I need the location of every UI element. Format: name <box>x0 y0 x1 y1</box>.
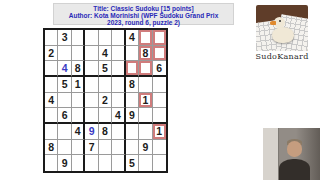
cell-r8c6 <box>112 140 125 156</box>
cell-r6c5 <box>99 108 112 124</box>
channel-logo-text: SudoKanard <box>249 52 315 61</box>
cell-r6c4 <box>85 108 98 124</box>
cell-r9c3 <box>72 155 85 171</box>
cell-r8c2 <box>58 140 71 156</box>
cell-r7c9: 1 <box>153 124 166 140</box>
cell-r2c4 <box>85 46 98 62</box>
cell-r3c1 <box>45 61 58 77</box>
cell-r6c2: 6 <box>58 108 71 124</box>
cell-r1c1 <box>45 30 58 46</box>
cell-r3c2: 4 <box>58 61 71 77</box>
cell-r4c3: 1 <box>72 77 85 93</box>
cell-r5c1: 4 <box>45 93 58 109</box>
cell-r5c4 <box>85 93 98 109</box>
cell-r4c4 <box>85 77 98 93</box>
cell-r6c9 <box>153 108 166 124</box>
cell-r9c4 <box>85 155 98 171</box>
cell-r1c4 <box>85 30 98 46</box>
duck-beak-graphic <box>270 21 276 25</box>
cell-r3c4 <box>85 61 98 77</box>
cell-r3c3: 8 <box>72 61 85 77</box>
cell-r8c9 <box>153 140 166 156</box>
cell-r6c3 <box>72 108 85 124</box>
cell-r3c7 <box>126 61 139 77</box>
presenter-face-graphic <box>287 141 302 157</box>
cell-r8c1: 8 <box>45 140 58 156</box>
cell-r2c1: 2 <box>45 46 58 62</box>
cell-r8c4: 7 <box>85 140 98 156</box>
cell-r6c6: 4 <box>112 108 125 124</box>
puzzle-author-line2: 2023, round 6, puzzle 2) <box>54 19 233 26</box>
cell-r9c9 <box>153 155 166 171</box>
cell-r2c9 <box>153 46 166 62</box>
webcam-feed <box>263 128 320 180</box>
cell-r8c5 <box>99 140 112 156</box>
cell-r4c9 <box>153 77 166 93</box>
cell-r7c2 <box>58 124 71 140</box>
cell-r8c7 <box>126 140 139 156</box>
cell-r2c7 <box>126 46 139 62</box>
cell-r8c8: 9 <box>139 140 152 156</box>
cell-r2c3 <box>72 46 85 62</box>
cell-r1c3 <box>72 30 85 46</box>
cell-r3c9: 6 <box>153 61 166 77</box>
cell-r5c8: 1 <box>139 93 152 109</box>
cell-r4c6 <box>112 77 125 93</box>
cell-r1c6 <box>112 30 125 46</box>
sudoku-grid: 342484856518421649498187995 <box>43 28 168 173</box>
cell-r1c5 <box>99 30 112 46</box>
cell-r1c2: 3 <box>58 30 71 46</box>
cell-r7c6 <box>112 124 125 140</box>
cell-r7c3: 4 <box>72 124 85 140</box>
duck-logo-image <box>256 5 308 51</box>
cell-r4c2: 5 <box>58 77 71 93</box>
cell-r7c5: 8 <box>99 124 112 140</box>
cell-r3c6 <box>112 61 125 77</box>
cell-r4c1 <box>45 77 58 93</box>
cell-r9c7: 5 <box>126 155 139 171</box>
cell-r7c8 <box>139 124 152 140</box>
cell-r6c8 <box>139 108 152 124</box>
puzzle-title-card: Title: Classic Sudoku [15 points] Author… <box>53 3 234 25</box>
cell-r2c6 <box>112 46 125 62</box>
cell-r9c8 <box>139 155 152 171</box>
video-frame: Title: Classic Sudoku [15 points] Author… <box>0 0 320 180</box>
cell-r2c2 <box>58 46 71 62</box>
cell-r5c9 <box>153 93 166 109</box>
cell-r9c5 <box>99 155 112 171</box>
cell-r1c8 <box>139 30 152 46</box>
cell-r2c8: 8 <box>139 46 152 62</box>
cell-r5c2 <box>58 93 71 109</box>
cell-r5c6 <box>112 93 125 109</box>
cell-r4c5 <box>99 77 112 93</box>
cell-r5c7 <box>126 93 139 109</box>
cell-r5c5: 2 <box>99 93 112 109</box>
cell-r9c2: 9 <box>58 155 71 171</box>
cell-r9c6 <box>112 155 125 171</box>
room-door-graphic <box>263 128 279 180</box>
cell-r3c5: 5 <box>99 61 112 77</box>
duck-figurine-graphic <box>272 27 294 43</box>
cell-r4c7: 8 <box>126 77 139 93</box>
cell-r7c1 <box>45 124 58 140</box>
cell-r1c9 <box>153 30 166 46</box>
cell-r6c7: 9 <box>126 108 139 124</box>
duck-eye-graphic <box>279 20 281 22</box>
puzzle-author-line1: Author: Kota Morinishi (WPF Sudoku Grand… <box>54 12 233 19</box>
cell-r6c1 <box>45 108 58 124</box>
puzzle-title: Title: Classic Sudoku [15 points] <box>54 5 233 12</box>
cell-r7c4: 9 <box>85 124 98 140</box>
presenter-shoulders-graphic <box>279 159 310 180</box>
cell-r2c5: 4 <box>99 46 112 62</box>
cell-r7c7 <box>126 124 139 140</box>
cell-r4c8 <box>139 77 152 93</box>
cell-r3c8 <box>139 61 152 77</box>
cell-r9c1 <box>45 155 58 171</box>
cell-r1c7: 4 <box>126 30 139 46</box>
cell-r5c3 <box>72 93 85 109</box>
cell-r8c3 <box>72 140 85 156</box>
